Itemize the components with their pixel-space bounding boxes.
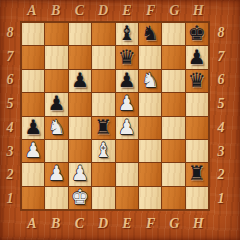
rank-label-left-1: 1	[0, 187, 20, 211]
square-a2[interactable]	[22, 163, 44, 185]
file-labels-top: ABCDEFGH	[20, 1, 210, 20]
square-f8[interactable]: ♞	[139, 23, 161, 45]
square-f6[interactable]: ♞	[139, 70, 161, 92]
file-label-bottom-e: E	[115, 214, 139, 233]
square-h8[interactable]: ♚	[186, 23, 208, 45]
square-c4[interactable]	[69, 117, 91, 139]
file-label-top-c: C	[68, 1, 92, 20]
square-f7[interactable]	[139, 46, 161, 68]
file-label-top-h: H	[186, 1, 210, 20]
piece-black-pawn: ♟	[48, 93, 66, 113]
square-e3[interactable]	[116, 140, 138, 162]
file-labels-bottom: ABCDEFGH	[20, 214, 210, 233]
square-f1[interactable]	[139, 187, 161, 209]
square-b1[interactable]	[45, 187, 67, 209]
square-c1[interactable]: ♚	[69, 187, 91, 209]
square-h5[interactable]	[186, 93, 208, 115]
square-d8[interactable]	[92, 23, 114, 45]
rank-labels-left: 87654321	[0, 21, 20, 211]
square-g3[interactable]	[162, 140, 184, 162]
piece-black-queen: ♛	[118, 47, 136, 67]
square-d4[interactable]: ♜	[92, 117, 114, 139]
square-a3[interactable]: ♟	[22, 140, 44, 162]
piece-white-knight: ♞	[48, 117, 66, 137]
square-g6[interactable]	[162, 70, 184, 92]
square-b2[interactable]: ♟	[45, 163, 67, 185]
piece-white-pawn: ♟	[118, 93, 136, 113]
piece-black-bishop: ♝	[118, 23, 136, 43]
rank-label-left-2: 2	[0, 164, 20, 188]
piece-white-pawn: ♟	[118, 117, 136, 137]
piece-black-pawn: ♟	[24, 117, 42, 137]
square-d6[interactable]	[92, 70, 114, 92]
rank-label-left-6: 6	[0, 69, 20, 93]
square-f5[interactable]	[139, 93, 161, 115]
square-e8[interactable]: ♝	[116, 23, 138, 45]
square-c2[interactable]: ♟	[69, 163, 91, 185]
rank-label-left-5: 5	[0, 92, 20, 116]
square-c5[interactable]	[69, 93, 91, 115]
square-c6[interactable]: ♟	[69, 70, 91, 92]
rank-label-right-1: 1	[211, 187, 231, 211]
square-g8[interactable]	[162, 23, 184, 45]
file-label-bottom-h: H	[186, 214, 210, 233]
square-g1[interactable]	[162, 187, 184, 209]
file-label-bottom-b: B	[44, 214, 68, 233]
rank-labels-right: 87654321	[211, 21, 231, 211]
square-h3[interactable]	[186, 140, 208, 162]
file-label-top-a: A	[20, 1, 44, 20]
rank-label-right-8: 8	[211, 21, 231, 45]
rank-label-right-5: 5	[211, 92, 231, 116]
square-d1[interactable]	[92, 187, 114, 209]
square-g7[interactable]	[162, 46, 184, 68]
square-b4[interactable]: ♞	[45, 117, 67, 139]
square-d7[interactable]	[92, 46, 114, 68]
file-label-top-b: B	[44, 1, 68, 20]
square-a4[interactable]: ♟	[22, 117, 44, 139]
chess-board: ♝♞♚♛♟♟♟♞♛♟♟♟♞♜♟♟♝♟♟♜♚	[20, 21, 210, 211]
file-label-top-g: G	[163, 1, 187, 20]
square-h4[interactable]	[186, 117, 208, 139]
piece-white-bishop: ♝	[94, 140, 112, 160]
square-f4[interactable]	[139, 117, 161, 139]
file-label-top-e: E	[115, 1, 139, 20]
square-f3[interactable]	[139, 140, 161, 162]
rank-label-right-2: 2	[211, 164, 231, 188]
square-b8[interactable]	[45, 23, 67, 45]
square-e1[interactable]	[116, 187, 138, 209]
piece-black-king: ♚	[188, 23, 206, 43]
square-d5[interactable]	[92, 93, 114, 115]
square-b3[interactable]	[45, 140, 67, 162]
file-label-bottom-d: D	[91, 214, 115, 233]
piece-black-pawn: ♟	[118, 70, 136, 90]
square-d3[interactable]: ♝	[92, 140, 114, 162]
square-h7[interactable]: ♟	[186, 46, 208, 68]
square-g4[interactable]	[162, 117, 184, 139]
square-e2[interactable]	[116, 163, 138, 185]
square-d2[interactable]	[92, 163, 114, 185]
square-e4[interactable]: ♟	[116, 117, 138, 139]
rank-label-right-7: 7	[211, 45, 231, 69]
file-label-bottom-g: G	[163, 214, 187, 233]
square-c7[interactable]	[69, 46, 91, 68]
square-a1[interactable]	[22, 187, 44, 209]
wooden-chess-board: ABCDEFGH 87654321 87654321 ABCDEFGH ♝♞♚♛…	[0, 0, 240, 240]
rank-label-left-3: 3	[0, 140, 20, 164]
square-f2[interactable]	[139, 163, 161, 185]
square-c3[interactable]	[69, 140, 91, 162]
rank-label-right-6: 6	[211, 69, 231, 93]
square-a7[interactable]	[22, 46, 44, 68]
rank-label-left-8: 8	[0, 21, 20, 45]
square-a6[interactable]	[22, 70, 44, 92]
file-label-top-f: F	[139, 1, 163, 20]
square-h6[interactable]: ♛	[186, 70, 208, 92]
square-a5[interactable]	[22, 93, 44, 115]
rank-label-left-4: 4	[0, 116, 20, 140]
square-b7[interactable]	[45, 46, 67, 68]
square-g2[interactable]	[162, 163, 184, 185]
file-label-top-d: D	[91, 1, 115, 20]
piece-white-pawn: ♟	[71, 163, 89, 183]
piece-white-knight: ♞	[141, 70, 159, 90]
square-c8[interactable]	[69, 23, 91, 45]
piece-white-pawn: ♟	[24, 140, 42, 160]
rank-label-right-3: 3	[211, 140, 231, 164]
square-b6[interactable]	[45, 70, 67, 92]
square-h2[interactable]: ♜	[186, 163, 208, 185]
square-e7[interactable]: ♛	[116, 46, 138, 68]
piece-black-knight: ♞	[141, 23, 159, 43]
piece-black-pawn: ♟	[188, 47, 206, 67]
square-h1[interactable]	[186, 187, 208, 209]
piece-black-rook: ♜	[94, 117, 112, 137]
square-e5[interactable]: ♟	[116, 93, 138, 115]
piece-black-queen: ♛	[188, 70, 206, 90]
piece-black-rook: ♜	[188, 163, 206, 183]
square-b5[interactable]: ♟	[45, 93, 67, 115]
file-label-bottom-f: F	[139, 214, 163, 233]
square-a8[interactable]	[22, 23, 44, 45]
file-label-bottom-c: C	[68, 214, 92, 233]
file-label-bottom-a: A	[20, 214, 44, 233]
piece-black-pawn: ♟	[71, 70, 89, 90]
piece-white-pawn: ♟	[48, 163, 66, 183]
rank-label-right-4: 4	[211, 116, 231, 140]
rank-label-left-7: 7	[0, 45, 20, 69]
piece-white-king: ♚	[71, 187, 89, 207]
square-g5[interactable]	[162, 93, 184, 115]
square-e6[interactable]: ♟	[116, 70, 138, 92]
